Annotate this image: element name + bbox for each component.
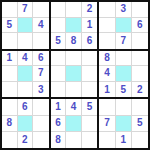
cell-r2c9[interactable]: 6 xyxy=(132,18,148,34)
cell-r2c2[interactable] xyxy=(18,18,34,34)
cell-r8c2[interactable] xyxy=(18,116,34,132)
box-1-1: 754 xyxy=(2,2,51,51)
cell-r8c6[interactable] xyxy=(82,116,98,132)
cell-r2c8[interactable] xyxy=(116,18,132,34)
box-2-3: 84152 xyxy=(99,51,148,100)
cell-r8c9[interactable]: 5 xyxy=(132,116,148,132)
cell-r4c8[interactable] xyxy=(116,51,132,67)
cell-r1c3[interactable] xyxy=(33,2,49,18)
cell-r5c3[interactable]: 7 xyxy=(33,66,49,82)
cell-r1c1[interactable] xyxy=(2,2,18,18)
cell-r7c3[interactable] xyxy=(33,99,49,115)
box-3-1: 682 xyxy=(2,99,51,148)
cell-r5c8[interactable] xyxy=(116,66,132,82)
cell-r3c1[interactable] xyxy=(2,33,18,49)
cell-r6c3[interactable]: 3 xyxy=(33,82,49,98)
cell-r1c5[interactable] xyxy=(66,2,82,18)
cell-r3c9[interactable] xyxy=(132,33,148,49)
box-1-3: 367 xyxy=(99,2,148,51)
cell-r7c7[interactable] xyxy=(99,99,115,115)
cell-r7c2[interactable]: 6 xyxy=(18,99,34,115)
cell-r3c4[interactable]: 5 xyxy=(51,33,67,49)
cell-r9c4[interactable]: 8 xyxy=(51,132,67,148)
cell-r1c4[interactable] xyxy=(51,2,67,18)
cell-r9c1[interactable] xyxy=(2,132,18,148)
cell-r5c7[interactable]: 4 xyxy=(99,66,115,82)
cell-r9c7[interactable] xyxy=(99,132,115,148)
cell-r7c5[interactable]: 4 xyxy=(66,99,82,115)
cell-r4c9[interactable] xyxy=(132,51,148,67)
box-2-2 xyxy=(51,51,100,100)
cell-r6c1[interactable] xyxy=(2,82,18,98)
box-3-3: 751 xyxy=(99,99,148,148)
cell-r4c3[interactable]: 6 xyxy=(33,51,49,67)
cell-r3c5[interactable]: 8 xyxy=(66,33,82,49)
cell-r5c1[interactable] xyxy=(2,66,18,82)
cell-r2c6[interactable]: 1 xyxy=(82,18,98,34)
cell-r3c3[interactable] xyxy=(33,33,49,49)
box-1-2: 21586 xyxy=(51,2,100,51)
cell-r6c6[interactable] xyxy=(82,82,98,98)
cell-r5c6[interactable] xyxy=(82,66,98,82)
cell-r5c5[interactable] xyxy=(66,66,82,82)
sudoku-board: 75421586367146738415268214568751 xyxy=(0,0,150,150)
cell-r2c5[interactable] xyxy=(66,18,82,34)
cell-r8c3[interactable] xyxy=(33,116,49,132)
cell-r2c7[interactable] xyxy=(99,18,115,34)
cell-r6c9[interactable]: 2 xyxy=(132,82,148,98)
cell-r8c1[interactable]: 8 xyxy=(2,116,18,132)
cell-r5c4[interactable] xyxy=(51,66,67,82)
cell-r6c5[interactable] xyxy=(66,82,82,98)
cell-r7c4[interactable]: 1 xyxy=(51,99,67,115)
cell-r9c8[interactable]: 1 xyxy=(116,132,132,148)
cell-r4c1[interactable]: 1 xyxy=(2,51,18,67)
cell-r7c6[interactable]: 5 xyxy=(82,99,98,115)
cell-r9c9[interactable] xyxy=(132,132,148,148)
cell-r3c7[interactable] xyxy=(99,33,115,49)
cell-r3c6[interactable]: 6 xyxy=(82,33,98,49)
cell-r6c4[interactable] xyxy=(51,82,67,98)
cell-r5c9[interactable] xyxy=(132,66,148,82)
cell-r8c7[interactable]: 7 xyxy=(99,116,115,132)
cell-r9c3[interactable] xyxy=(33,132,49,148)
cell-r4c5[interactable] xyxy=(66,51,82,67)
cell-r6c2[interactable] xyxy=(18,82,34,98)
cell-r8c8[interactable] xyxy=(116,116,132,132)
cell-r4c7[interactable]: 8 xyxy=(99,51,115,67)
cell-r3c8[interactable]: 7 xyxy=(116,33,132,49)
cell-r2c1[interactable]: 5 xyxy=(2,18,18,34)
cell-r8c4[interactable]: 6 xyxy=(51,116,67,132)
box-3-2: 14568 xyxy=(51,99,100,148)
cell-r1c8[interactable]: 3 xyxy=(116,2,132,18)
cell-r2c3[interactable]: 4 xyxy=(33,18,49,34)
cell-r7c8[interactable] xyxy=(116,99,132,115)
cell-r6c7[interactable]: 1 xyxy=(99,82,115,98)
cell-r4c4[interactable] xyxy=(51,51,67,67)
cell-r7c9[interactable] xyxy=(132,99,148,115)
cell-r3c2[interactable] xyxy=(18,33,34,49)
cell-r5c2[interactable] xyxy=(18,66,34,82)
cell-r4c2[interactable]: 4 xyxy=(18,51,34,67)
cell-r6c8[interactable]: 5 xyxy=(116,82,132,98)
cell-r9c2[interactable]: 2 xyxy=(18,132,34,148)
cell-r7c1[interactable] xyxy=(2,99,18,115)
cell-r1c9[interactable] xyxy=(132,2,148,18)
cell-r4c6[interactable] xyxy=(82,51,98,67)
cell-r1c6[interactable]: 2 xyxy=(82,2,98,18)
cell-r9c6[interactable] xyxy=(82,132,98,148)
box-2-1: 14673 xyxy=(2,51,51,100)
cell-r9c5[interactable] xyxy=(66,132,82,148)
cell-r1c2[interactable]: 7 xyxy=(18,2,34,18)
cell-r2c4[interactable] xyxy=(51,18,67,34)
cell-r1c7[interactable] xyxy=(99,2,115,18)
cell-r8c5[interactable] xyxy=(66,116,82,132)
